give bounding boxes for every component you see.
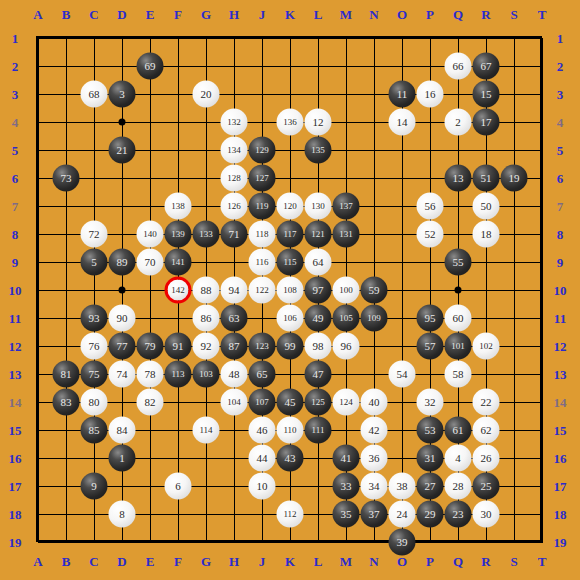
go-stone-R12: 102 (473, 333, 500, 360)
move-number: 100 (339, 286, 353, 295)
move-number: 15 (481, 89, 492, 100)
move-number: 95 (425, 313, 436, 324)
move-number: 85 (89, 425, 100, 436)
move-number: 92 (201, 341, 212, 352)
coord-label-right-1: 1 (557, 32, 564, 45)
go-stone-M12: 96 (333, 333, 360, 360)
coord-label-top-O: O (397, 8, 407, 21)
move-number: 65 (257, 369, 268, 380)
move-number: 118 (255, 230, 268, 239)
coord-label-top-D: D (117, 8, 126, 21)
coord-label-bottom-F: F (174, 555, 182, 568)
move-number: 73 (61, 173, 72, 184)
move-number: 24 (397, 509, 408, 520)
move-number: 86 (201, 313, 212, 324)
move-number: 37 (369, 509, 380, 520)
coord-label-top-P: P (426, 8, 434, 21)
coord-label-right-9: 9 (557, 256, 564, 269)
go-stone-F13: 113 (165, 361, 192, 388)
move-number: 58 (453, 369, 464, 380)
go-stone-R2: 67 (473, 53, 500, 80)
coord-label-left-6: 6 (12, 172, 19, 185)
move-number: 136 (283, 118, 297, 127)
move-number: 126 (227, 202, 241, 211)
move-number: 32 (425, 397, 436, 408)
coord-label-bottom-O: O (397, 555, 407, 568)
go-stone-R8: 18 (473, 221, 500, 248)
go-stone-D3: 3 (109, 81, 136, 108)
move-number: 22 (481, 397, 492, 408)
go-stone-K9: 115 (277, 249, 304, 276)
go-stone-K16: 43 (277, 445, 304, 472)
coord-label-right-15: 15 (554, 424, 567, 437)
go-stone-K11: 106 (277, 305, 304, 332)
move-number: 125 (311, 398, 325, 407)
coord-label-left-4: 4 (12, 116, 19, 129)
go-stone-M11: 105 (333, 305, 360, 332)
move-number: 81 (61, 369, 72, 380)
coord-label-bottom-R: R (481, 555, 490, 568)
move-number: 93 (89, 313, 100, 324)
move-number: 130 (311, 202, 325, 211)
move-number: 1 (119, 453, 125, 464)
move-number: 79 (145, 341, 156, 352)
coord-label-right-14: 14 (554, 396, 567, 409)
move-number: 10 (257, 481, 268, 492)
coord-label-top-K: K (285, 8, 295, 21)
go-stone-E13: 78 (137, 361, 164, 388)
go-stone-E2: 69 (137, 53, 164, 80)
go-stone-O4: 14 (389, 109, 416, 136)
go-stone-N11: 109 (361, 305, 388, 332)
move-number: 114 (199, 426, 212, 435)
coord-label-left-17: 17 (9, 480, 22, 493)
go-stone-H4: 132 (221, 109, 248, 136)
go-stone-C17: 9 (81, 473, 108, 500)
coord-label-right-7: 7 (557, 200, 564, 213)
coord-label-top-E: E (146, 8, 155, 21)
move-number: 80 (89, 397, 100, 408)
go-stone-J10: 122 (249, 277, 276, 304)
move-number: 134 (227, 146, 241, 155)
go-stone-B14: 83 (53, 389, 80, 416)
move-number: 107 (255, 398, 269, 407)
move-number: 137 (339, 202, 353, 211)
go-stone-J9: 116 (249, 249, 276, 276)
move-number: 20 (201, 89, 212, 100)
go-stone-L8: 121 (305, 221, 332, 248)
move-number: 101 (451, 342, 465, 351)
move-number: 12 (313, 117, 324, 128)
move-number: 52 (425, 229, 436, 240)
go-stone-L5: 135 (305, 137, 332, 164)
move-number: 26 (481, 453, 492, 464)
coord-label-top-H: H (229, 8, 239, 21)
coord-label-right-3: 3 (557, 88, 564, 101)
move-number: 54 (397, 369, 408, 380)
go-stone-P11: 95 (417, 305, 444, 332)
go-stone-D13: 74 (109, 361, 136, 388)
go-stone-Q17: 28 (445, 473, 472, 500)
go-stone-P14: 32 (417, 389, 444, 416)
coord-label-bottom-Q: Q (453, 555, 463, 568)
coord-label-top-N: N (369, 8, 378, 21)
go-stone-L7: 130 (305, 193, 332, 220)
move-number: 104 (227, 398, 241, 407)
coord-label-top-G: G (201, 8, 211, 21)
go-stone-L12: 98 (305, 333, 332, 360)
go-stone-D18: 8 (109, 501, 136, 528)
move-number: 77 (117, 341, 128, 352)
go-stone-M16: 41 (333, 445, 360, 472)
move-number: 19 (509, 173, 520, 184)
coord-label-right-11: 11 (554, 312, 566, 325)
move-number: 116 (255, 258, 268, 267)
move-number: 69 (145, 61, 156, 72)
coord-label-left-13: 13 (9, 368, 22, 381)
go-stone-L9: 64 (305, 249, 332, 276)
go-stone-K4: 136 (277, 109, 304, 136)
move-number: 83 (61, 397, 72, 408)
move-number: 66 (453, 61, 464, 72)
move-number: 135 (311, 146, 325, 155)
move-number: 51 (481, 173, 492, 184)
move-number: 109 (367, 314, 381, 323)
go-stone-Q6: 13 (445, 165, 472, 192)
move-number: 48 (229, 369, 240, 380)
move-number: 41 (341, 453, 352, 464)
move-number: 60 (453, 313, 464, 324)
go-stone-P7: 56 (417, 193, 444, 220)
move-number: 90 (117, 313, 128, 324)
go-stone-F8: 139 (165, 221, 192, 248)
go-stone-E8: 140 (137, 221, 164, 248)
move-number: 67 (481, 61, 492, 72)
move-number: 38 (397, 481, 408, 492)
coord-label-bottom-C: C (89, 555, 98, 568)
coord-label-right-2: 2 (557, 60, 564, 73)
go-stone-O19: 39 (389, 529, 416, 556)
move-number: 129 (255, 146, 269, 155)
coord-label-top-M: M (340, 8, 352, 21)
coord-label-right-12: 12 (554, 340, 567, 353)
go-stone-C14: 80 (81, 389, 108, 416)
go-stone-M18: 35 (333, 501, 360, 528)
move-number: 59 (369, 285, 380, 296)
coord-label-bottom-E: E (146, 555, 155, 568)
go-stone-M17: 33 (333, 473, 360, 500)
go-stone-Q9: 55 (445, 249, 472, 276)
go-stone-J5: 129 (249, 137, 276, 164)
move-number: 23 (453, 509, 464, 520)
move-number: 74 (117, 369, 128, 380)
go-stone-G10: 88 (193, 277, 220, 304)
coord-label-right-18: 18 (554, 508, 567, 521)
move-number: 2 (455, 117, 461, 128)
coord-label-left-11: 11 (9, 312, 21, 325)
go-stone-J17: 10 (249, 473, 276, 500)
go-stone-O3: 11 (389, 81, 416, 108)
go-stone-J12: 123 (249, 333, 276, 360)
go-stone-Q18: 23 (445, 501, 472, 528)
coord-label-left-14: 14 (9, 396, 22, 409)
coord-label-bottom-D: D (117, 555, 126, 568)
move-number: 123 (255, 342, 269, 351)
move-number: 39 (397, 537, 408, 548)
move-number: 29 (425, 509, 436, 520)
go-stone-F12: 91 (165, 333, 192, 360)
move-number: 49 (313, 313, 324, 324)
coord-label-right-8: 8 (557, 228, 564, 241)
go-stone-G15: 114 (193, 417, 220, 444)
go-stone-N15: 42 (361, 417, 388, 444)
coord-label-right-19: 19 (554, 536, 567, 549)
go-stone-D11: 90 (109, 305, 136, 332)
go-stone-N18: 37 (361, 501, 388, 528)
move-number: 140 (143, 230, 157, 239)
go-stone-J6: 127 (249, 165, 276, 192)
go-stone-R18: 30 (473, 501, 500, 528)
coord-label-bottom-J: J (259, 555, 266, 568)
go-stone-G11: 86 (193, 305, 220, 332)
go-stone-N14: 40 (361, 389, 388, 416)
go-stone-J8: 118 (249, 221, 276, 248)
coord-label-left-1: 1 (12, 32, 19, 45)
go-stone-L10: 97 (305, 277, 332, 304)
go-stone-D5: 21 (109, 137, 136, 164)
coord-label-bottom-T: T (538, 555, 547, 568)
move-number: 113 (171, 370, 184, 379)
coord-label-top-C: C (89, 8, 98, 21)
move-number: 34 (369, 481, 380, 492)
move-number: 18 (481, 229, 492, 240)
move-number: 4 (455, 453, 461, 464)
go-board-diagram: AABBCCDDEEFFGGHHJJKKLLMMNNOOPPQQRRSSTT11… (0, 0, 580, 580)
star-point-D10 (119, 287, 126, 294)
go-stone-F17: 6 (165, 473, 192, 500)
go-stone-H11: 63 (221, 305, 248, 332)
go-stone-P16: 31 (417, 445, 444, 472)
move-number: 98 (313, 341, 324, 352)
coord-label-top-B: B (62, 8, 71, 21)
move-number: 28 (453, 481, 464, 492)
move-number: 44 (257, 453, 268, 464)
move-number: 112 (283, 510, 296, 519)
move-number: 30 (481, 509, 492, 520)
coord-label-top-J: J (259, 8, 266, 21)
move-number: 97 (313, 285, 324, 296)
move-number: 132 (227, 118, 241, 127)
go-stone-H5: 134 (221, 137, 248, 164)
go-stone-R6: 51 (473, 165, 500, 192)
go-stone-Q4: 2 (445, 109, 472, 136)
move-number: 68 (89, 89, 100, 100)
move-number: 103 (199, 370, 213, 379)
go-stone-C8: 72 (81, 221, 108, 248)
coord-label-bottom-S: S (510, 555, 517, 568)
go-stone-P15: 53 (417, 417, 444, 444)
coord-label-right-10: 10 (554, 284, 567, 297)
go-stone-R3: 15 (473, 81, 500, 108)
go-stone-C15: 85 (81, 417, 108, 444)
go-stone-E12: 79 (137, 333, 164, 360)
coord-label-bottom-H: H (229, 555, 239, 568)
move-number: 108 (283, 286, 297, 295)
move-number: 99 (285, 341, 296, 352)
go-stone-C13: 75 (81, 361, 108, 388)
coord-label-left-2: 2 (12, 60, 19, 73)
coord-label-right-13: 13 (554, 368, 567, 381)
move-number: 70 (145, 257, 156, 268)
coord-label-bottom-L: L (314, 555, 323, 568)
move-number: 128 (227, 174, 241, 183)
go-stone-R4: 17 (473, 109, 500, 136)
go-stone-L15: 111 (305, 417, 332, 444)
go-stone-K18: 112 (277, 501, 304, 528)
coord-label-left-5: 5 (12, 144, 19, 157)
go-stone-B13: 81 (53, 361, 80, 388)
go-stone-G13: 103 (193, 361, 220, 388)
go-stone-K7: 120 (277, 193, 304, 220)
go-stone-J7: 119 (249, 193, 276, 220)
move-number: 17 (481, 117, 492, 128)
coord-label-left-12: 12 (9, 340, 22, 353)
move-number: 120 (283, 202, 297, 211)
coord-label-top-S: S (510, 8, 517, 21)
move-number: 76 (89, 341, 100, 352)
go-stone-S6: 19 (501, 165, 528, 192)
move-number: 96 (341, 341, 352, 352)
move-number: 111 (312, 426, 325, 435)
move-number: 121 (311, 230, 325, 239)
coord-label-top-T: T (538, 8, 547, 21)
go-stone-M14: 124 (333, 389, 360, 416)
go-stone-P3: 16 (417, 81, 444, 108)
go-stone-M7: 137 (333, 193, 360, 220)
move-number: 11 (397, 89, 408, 100)
go-stone-C12: 76 (81, 333, 108, 360)
go-stone-R15: 62 (473, 417, 500, 444)
move-number: 131 (339, 230, 353, 239)
move-number: 122 (255, 286, 269, 295)
go-stone-J15: 46 (249, 417, 276, 444)
coord-label-bottom-K: K (285, 555, 295, 568)
go-stone-K14: 45 (277, 389, 304, 416)
move-number: 102 (479, 342, 493, 351)
go-stone-G3: 20 (193, 81, 220, 108)
move-number: 78 (145, 369, 156, 380)
move-number: 13 (453, 173, 464, 184)
go-stone-C11: 93 (81, 305, 108, 332)
coord-label-right-6: 6 (557, 172, 564, 185)
go-stone-H10: 94 (221, 277, 248, 304)
go-stone-Q13: 58 (445, 361, 472, 388)
go-stone-Q15: 61 (445, 417, 472, 444)
go-stone-Q11: 60 (445, 305, 472, 332)
go-stone-F9: 141 (165, 249, 192, 276)
move-number: 138 (171, 202, 185, 211)
coord-label-left-19: 19 (9, 536, 22, 549)
go-stone-P8: 52 (417, 221, 444, 248)
coord-label-right-17: 17 (554, 480, 567, 493)
move-number: 105 (339, 314, 353, 323)
move-number: 71 (229, 229, 240, 240)
move-number: 57 (425, 341, 436, 352)
go-stone-H8: 71 (221, 221, 248, 248)
coord-label-bottom-M: M (340, 555, 352, 568)
go-stone-K15: 110 (277, 417, 304, 444)
go-stone-L11: 49 (305, 305, 332, 332)
move-number: 64 (313, 257, 324, 268)
go-stone-C9: 5 (81, 249, 108, 276)
go-stone-R7: 50 (473, 193, 500, 220)
move-number: 141 (171, 258, 185, 267)
coord-label-left-9: 9 (12, 256, 19, 269)
go-stone-L13: 47 (305, 361, 332, 388)
move-number: 75 (89, 369, 100, 380)
coord-label-left-16: 16 (9, 452, 22, 465)
move-number: 9 (91, 481, 97, 492)
move-number: 25 (481, 481, 492, 492)
coord-label-right-4: 4 (557, 116, 564, 129)
move-number: 21 (117, 145, 128, 156)
go-stone-O13: 54 (389, 361, 416, 388)
go-stone-Q12: 101 (445, 333, 472, 360)
coord-label-top-L: L (314, 8, 323, 21)
move-number: 35 (341, 509, 352, 520)
move-number: 88 (201, 285, 212, 296)
go-stone-N16: 36 (361, 445, 388, 472)
coord-label-bottom-N: N (369, 555, 378, 568)
coord-label-right-16: 16 (554, 452, 567, 465)
go-stone-R14: 22 (473, 389, 500, 416)
go-stone-H14: 104 (221, 389, 248, 416)
move-number: 14 (397, 117, 408, 128)
move-number: 106 (283, 314, 297, 323)
go-stone-B6: 73 (53, 165, 80, 192)
move-number: 45 (285, 397, 296, 408)
go-stone-E14: 82 (137, 389, 164, 416)
go-stone-G8: 133 (193, 221, 220, 248)
coord-label-bottom-G: G (201, 555, 211, 568)
move-number: 3 (119, 89, 125, 100)
move-number: 139 (171, 230, 185, 239)
go-stone-L14: 125 (305, 389, 332, 416)
move-number: 119 (255, 202, 268, 211)
go-stone-F7: 138 (165, 193, 192, 220)
go-stone-J14: 107 (249, 389, 276, 416)
go-stone-J13: 65 (249, 361, 276, 388)
move-number: 53 (425, 425, 436, 436)
move-number: 42 (369, 425, 380, 436)
move-number: 27 (425, 481, 436, 492)
move-number: 63 (229, 313, 240, 324)
go-stone-R16: 26 (473, 445, 500, 472)
move-number: 16 (425, 89, 436, 100)
go-stone-P18: 29 (417, 501, 444, 528)
go-stone-D15: 84 (109, 417, 136, 444)
move-number: 56 (425, 201, 436, 212)
move-number: 8 (119, 509, 125, 520)
go-stone-M8: 131 (333, 221, 360, 248)
move-number: 127 (255, 174, 269, 183)
go-stone-P17: 27 (417, 473, 444, 500)
go-stone-D9: 89 (109, 249, 136, 276)
move-number: 6 (175, 481, 181, 492)
move-number: 5 (91, 257, 97, 268)
coord-label-top-R: R (481, 8, 490, 21)
last-move-stone-F10: 142 (165, 277, 192, 304)
